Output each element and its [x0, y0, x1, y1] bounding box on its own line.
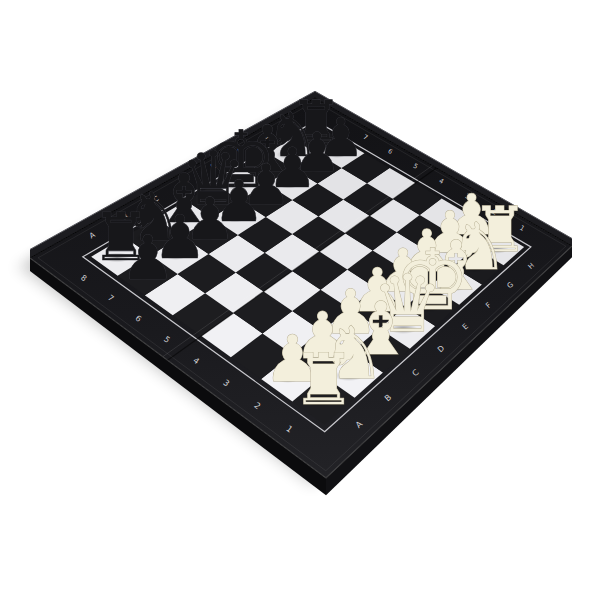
- white-rook-a1: ♜: [292, 338, 356, 421]
- black-pawn-a7: ♟: [120, 222, 175, 293]
- product-photo: AA11BB22CC33DD44EE55FF66GG77HH88♜♟♞♟♝♟♟♚…: [0, 0, 600, 600]
- chess-set-photo: AA11BB22CC33DD44EE55FF66GG77HH88♜♟♞♟♝♟♟♚…: [0, 0, 600, 600]
